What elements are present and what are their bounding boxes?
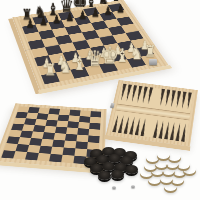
light-checker-piece xyxy=(164,182,177,191)
black-checker-piece xyxy=(125,165,138,174)
black-checker-piece xyxy=(111,170,124,179)
metal-screw-icon xyxy=(131,185,135,188)
black-checker-piece xyxy=(98,171,111,180)
product-photo-collage: ♜♞♝♛♚♝♞♜♟♟♟♟♟♟♟♟♟♟♟♟♟♟♟♟♜♞♝♛♚♝♞♜ xyxy=(0,0,200,200)
metal-screw-icon xyxy=(112,186,116,189)
light-checker-piece xyxy=(148,175,161,184)
checkers-piles-layer xyxy=(0,0,200,200)
light-checker-piece xyxy=(183,165,196,174)
